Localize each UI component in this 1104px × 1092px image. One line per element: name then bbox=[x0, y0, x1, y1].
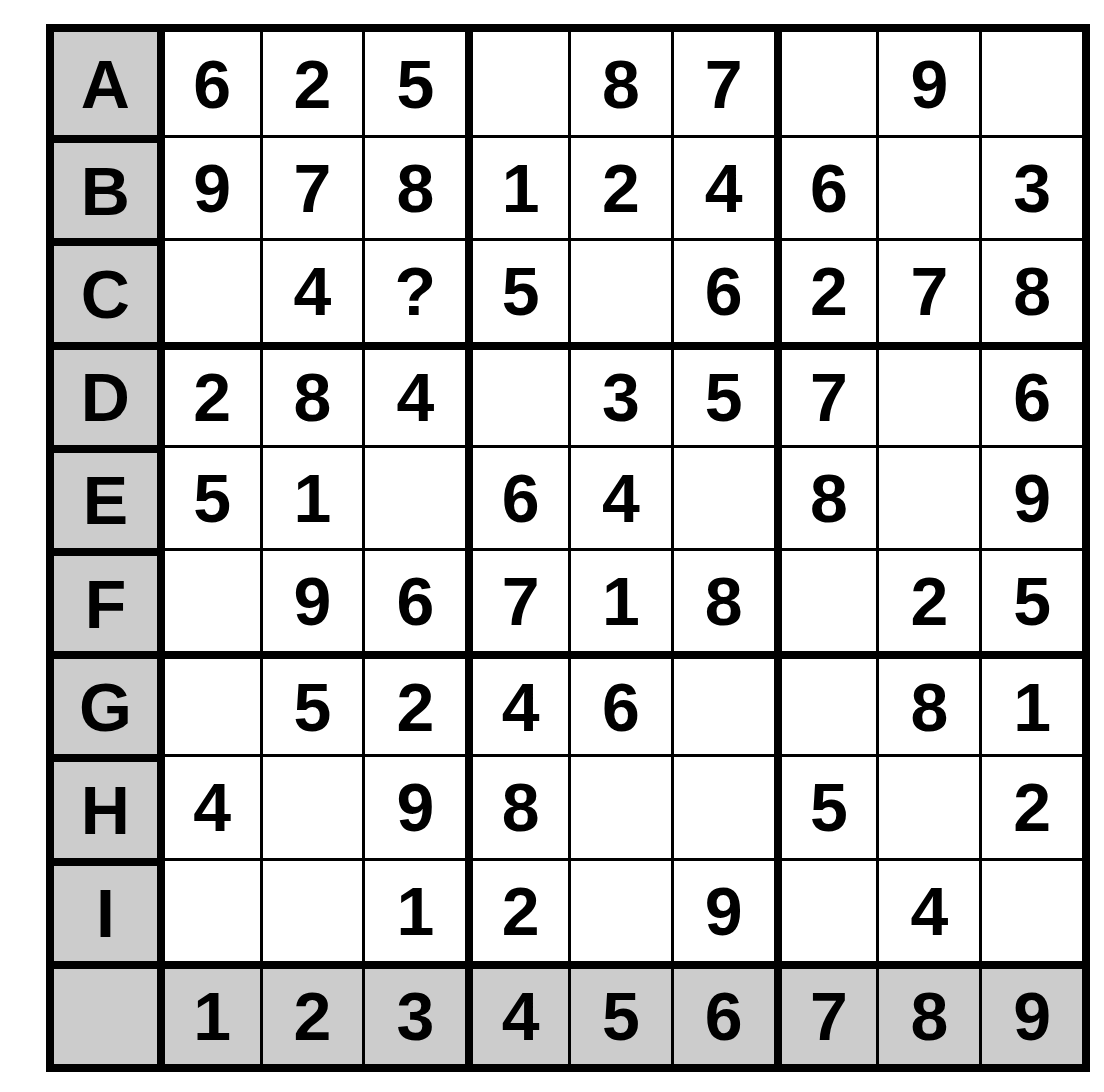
cell-A3[interactable]: 5 bbox=[362, 32, 465, 135]
col-label-8: 8 bbox=[876, 961, 979, 1064]
cell-C7[interactable]: 2 bbox=[774, 238, 877, 341]
cell-H3[interactable]: 9 bbox=[362, 754, 465, 857]
cell-A7[interactable] bbox=[774, 32, 877, 135]
cell-B5[interactable]: 2 bbox=[568, 135, 671, 238]
cell-D8[interactable] bbox=[876, 342, 979, 445]
cell-I8[interactable]: 4 bbox=[876, 858, 979, 961]
cell-D7[interactable]: 7 bbox=[774, 342, 877, 445]
col-label-7: 7 bbox=[774, 961, 877, 1064]
cell-B1[interactable]: 9 bbox=[157, 135, 260, 238]
cell-D2[interactable]: 8 bbox=[260, 342, 363, 445]
cell-H1[interactable]: 4 bbox=[157, 754, 260, 857]
cell-G6[interactable] bbox=[671, 651, 774, 754]
corner-cell bbox=[54, 961, 157, 1064]
sudoku-grid: A625879B97812463C4?56278D2843576E516489F… bbox=[54, 32, 1082, 1064]
cell-C9[interactable]: 8 bbox=[979, 238, 1082, 341]
cell-F3[interactable]: 6 bbox=[362, 548, 465, 651]
cell-I4[interactable]: 2 bbox=[465, 858, 568, 961]
cell-G5[interactable]: 6 bbox=[568, 651, 671, 754]
cell-D3[interactable]: 4 bbox=[362, 342, 465, 445]
row-label-A: A bbox=[54, 32, 157, 135]
cell-C4[interactable]: 5 bbox=[465, 238, 568, 341]
cell-H9[interactable]: 2 bbox=[979, 754, 1082, 857]
cell-A2[interactable]: 2 bbox=[260, 32, 363, 135]
cell-G8[interactable]: 8 bbox=[876, 651, 979, 754]
cell-G3[interactable]: 2 bbox=[362, 651, 465, 754]
cell-D5[interactable]: 3 bbox=[568, 342, 671, 445]
cell-D9[interactable]: 6 bbox=[979, 342, 1082, 445]
cell-A6[interactable]: 7 bbox=[671, 32, 774, 135]
col-label-6: 6 bbox=[671, 961, 774, 1064]
cell-A8[interactable]: 9 bbox=[876, 32, 979, 135]
cell-D1[interactable]: 2 bbox=[157, 342, 260, 445]
cell-E6[interactable] bbox=[671, 445, 774, 548]
row-label-D: D bbox=[54, 342, 157, 445]
col-label-5: 5 bbox=[568, 961, 671, 1064]
col-label-2: 2 bbox=[260, 961, 363, 1064]
sudoku-board: A625879B97812463C4?56278D2843576E516489F… bbox=[46, 24, 1090, 1072]
cell-H6[interactable] bbox=[671, 754, 774, 857]
cell-I5[interactable] bbox=[568, 858, 671, 961]
cell-E3[interactable] bbox=[362, 445, 465, 548]
col-label-1: 1 bbox=[157, 961, 260, 1064]
cell-G4[interactable]: 4 bbox=[465, 651, 568, 754]
cell-I9[interactable] bbox=[979, 858, 1082, 961]
row-label-B: B bbox=[54, 135, 157, 238]
cell-E1[interactable]: 5 bbox=[157, 445, 260, 548]
cell-A4[interactable] bbox=[465, 32, 568, 135]
cell-A9[interactable] bbox=[979, 32, 1082, 135]
cell-C2[interactable]: 4 bbox=[260, 238, 363, 341]
cell-F9[interactable]: 5 bbox=[979, 548, 1082, 651]
cell-I3[interactable]: 1 bbox=[362, 858, 465, 961]
cell-A5[interactable]: 8 bbox=[568, 32, 671, 135]
cell-E7[interactable]: 8 bbox=[774, 445, 877, 548]
cell-C8[interactable]: 7 bbox=[876, 238, 979, 341]
cell-B7[interactable]: 6 bbox=[774, 135, 877, 238]
cell-F6[interactable]: 8 bbox=[671, 548, 774, 651]
cell-E2[interactable]: 1 bbox=[260, 445, 363, 548]
cell-E8[interactable] bbox=[876, 445, 979, 548]
cell-H7[interactable]: 5 bbox=[774, 754, 877, 857]
cell-G2[interactable]: 5 bbox=[260, 651, 363, 754]
cell-F8[interactable]: 2 bbox=[876, 548, 979, 651]
cell-F2[interactable]: 9 bbox=[260, 548, 363, 651]
cell-D6[interactable]: 5 bbox=[671, 342, 774, 445]
row-label-E: E bbox=[54, 445, 157, 548]
cell-I2[interactable] bbox=[260, 858, 363, 961]
cell-G9[interactable]: 1 bbox=[979, 651, 1082, 754]
cell-A1[interactable]: 6 bbox=[157, 32, 260, 135]
cell-F7[interactable] bbox=[774, 548, 877, 651]
cell-E5[interactable]: 4 bbox=[568, 445, 671, 548]
cell-F1[interactable] bbox=[157, 548, 260, 651]
cell-C3-unknown[interactable]: ? bbox=[362, 238, 465, 341]
cell-H2[interactable] bbox=[260, 754, 363, 857]
cell-B6[interactable]: 4 bbox=[671, 135, 774, 238]
cell-G1[interactable] bbox=[157, 651, 260, 754]
col-label-3: 3 bbox=[362, 961, 465, 1064]
cell-C6[interactable]: 6 bbox=[671, 238, 774, 341]
cell-B8[interactable] bbox=[876, 135, 979, 238]
cell-B4[interactable]: 1 bbox=[465, 135, 568, 238]
cell-B3[interactable]: 8 bbox=[362, 135, 465, 238]
cell-I7[interactable] bbox=[774, 858, 877, 961]
cell-D4[interactable] bbox=[465, 342, 568, 445]
cell-H4[interactable]: 8 bbox=[465, 754, 568, 857]
cell-E9[interactable]: 9 bbox=[979, 445, 1082, 548]
cell-G7[interactable] bbox=[774, 651, 877, 754]
row-label-H: H bbox=[54, 754, 157, 857]
col-label-9: 9 bbox=[979, 961, 1082, 1064]
cell-E4[interactable]: 6 bbox=[465, 445, 568, 548]
row-label-I: I bbox=[54, 858, 157, 961]
col-label-4: 4 bbox=[465, 961, 568, 1064]
cell-F5[interactable]: 1 bbox=[568, 548, 671, 651]
row-label-C: C bbox=[54, 238, 157, 341]
cell-C1[interactable] bbox=[157, 238, 260, 341]
row-label-G: G bbox=[54, 651, 157, 754]
cell-H8[interactable] bbox=[876, 754, 979, 857]
cell-C5[interactable] bbox=[568, 238, 671, 341]
cell-I6[interactable]: 9 bbox=[671, 858, 774, 961]
cell-H5[interactable] bbox=[568, 754, 671, 857]
cell-F4[interactable]: 7 bbox=[465, 548, 568, 651]
cell-B2[interactable]: 7 bbox=[260, 135, 363, 238]
cell-I1[interactable] bbox=[157, 858, 260, 961]
cell-B9[interactable]: 3 bbox=[979, 135, 1082, 238]
row-label-F: F bbox=[54, 548, 157, 651]
